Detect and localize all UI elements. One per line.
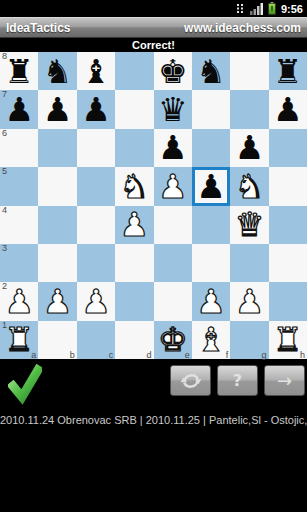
square-g6[interactable]: ♟ bbox=[230, 129, 268, 167]
question-mark-icon: ? bbox=[233, 371, 242, 390]
square-e8[interactable]: ♚ bbox=[154, 52, 192, 90]
square-h2[interactable] bbox=[269, 282, 307, 320]
refresh-icon bbox=[180, 371, 202, 391]
square-a8[interactable]: 8♜ bbox=[0, 52, 38, 90]
square-c8[interactable]: ♝ bbox=[77, 52, 115, 90]
website-label: www.ideachess.com bbox=[184, 21, 301, 35]
bottom-panel: ? → 2010.11.24 Obrenovac SRB | 2010.11.2… bbox=[0, 359, 307, 512]
square-c5[interactable] bbox=[77, 167, 115, 205]
square-b1[interactable]: b bbox=[38, 321, 76, 359]
white-pawn: ♟ bbox=[120, 208, 150, 241]
green-checkmark-icon bbox=[8, 363, 42, 405]
square-d4[interactable]: ♟ bbox=[115, 206, 153, 244]
game-info-text: 2010.11.24 Obrenovac SRB | 2010.11.25 | … bbox=[0, 414, 307, 426]
file-label-b: b bbox=[70, 350, 75, 360]
square-e1[interactable]: e♚ bbox=[154, 321, 192, 359]
file-label-h: h bbox=[300, 350, 305, 360]
clock: 9:56 bbox=[281, 3, 303, 15]
white-pawn: ♟ bbox=[196, 285, 226, 318]
square-d5[interactable]: ♞ bbox=[115, 167, 153, 205]
square-h7[interactable]: ♟ bbox=[269, 90, 307, 128]
button-group: ? → bbox=[170, 365, 305, 396]
square-e5[interactable]: ♟ bbox=[154, 167, 192, 205]
white-pawn: ♟ bbox=[4, 285, 34, 318]
black-pawn: ♟ bbox=[4, 93, 34, 126]
black-pawn: ♟ bbox=[158, 131, 188, 164]
square-c2[interactable]: ♟ bbox=[77, 282, 115, 320]
square-h4[interactable] bbox=[269, 206, 307, 244]
square-g3[interactable] bbox=[230, 244, 268, 282]
chess-board: 8♜♞♝♚♞♜7♟♟♟♛♟6♟♟5♞♟♟♞4♟♛32♟♟♟♟♟1a♜bcde♚f… bbox=[0, 52, 307, 359]
battery-icon bbox=[268, 2, 276, 15]
app-title: IdeaTactics bbox=[6, 21, 70, 35]
black-king: ♚ bbox=[158, 55, 188, 88]
white-queen: ♛ bbox=[235, 208, 265, 241]
white-pawn: ♟ bbox=[235, 285, 265, 318]
white-knight: ♞ bbox=[235, 170, 265, 203]
square-f8[interactable]: ♞ bbox=[192, 52, 230, 90]
square-d7[interactable] bbox=[115, 90, 153, 128]
file-label-f: f bbox=[226, 350, 229, 360]
black-bishop: ♝ bbox=[81, 55, 111, 88]
square-g4[interactable]: ♛ bbox=[230, 206, 268, 244]
square-f7[interactable] bbox=[192, 90, 230, 128]
square-e4[interactable] bbox=[154, 206, 192, 244]
black-pawn: ♟ bbox=[43, 93, 73, 126]
square-f2[interactable]: ♟ bbox=[192, 282, 230, 320]
square-f5[interactable]: ♟ bbox=[192, 167, 230, 205]
square-f3[interactable] bbox=[192, 244, 230, 282]
signal-strength-icon bbox=[250, 3, 263, 15]
square-c4[interactable] bbox=[77, 206, 115, 244]
white-king: ♚ bbox=[158, 323, 188, 356]
file-label-c: c bbox=[109, 350, 114, 360]
rank-label-8: 8 bbox=[2, 51, 7, 61]
square-b3[interactable] bbox=[38, 244, 76, 282]
white-pawn: ♟ bbox=[158, 170, 188, 203]
white-pawn: ♟ bbox=[81, 285, 111, 318]
square-h3[interactable] bbox=[269, 244, 307, 282]
rank-label-7: 7 bbox=[2, 89, 7, 99]
white-knight: ♞ bbox=[120, 170, 150, 203]
square-f4[interactable] bbox=[192, 206, 230, 244]
black-knight: ♞ bbox=[43, 55, 73, 88]
square-g8[interactable] bbox=[230, 52, 268, 90]
white-rook: ♜ bbox=[273, 323, 303, 356]
black-pawn: ♟ bbox=[196, 170, 226, 203]
black-knight: ♞ bbox=[196, 55, 226, 88]
arrow-right-icon: → bbox=[277, 370, 292, 391]
square-b2[interactable]: ♟ bbox=[38, 282, 76, 320]
square-b8[interactable]: ♞ bbox=[38, 52, 76, 90]
square-e3[interactable] bbox=[154, 244, 192, 282]
rank-label-6: 6 bbox=[2, 128, 7, 138]
hint-button[interactable]: ? bbox=[217, 365, 258, 396]
square-c1[interactable]: c bbox=[77, 321, 115, 359]
file-label-d: d bbox=[146, 350, 151, 360]
square-g5[interactable]: ♞ bbox=[230, 167, 268, 205]
rank-label-3: 3 bbox=[2, 243, 7, 253]
title-bar: IdeaTactics www.ideachess.com bbox=[0, 17, 307, 38]
grid-dots-icon bbox=[236, 3, 245, 14]
white-bishop: ♝ bbox=[196, 323, 226, 356]
file-label-g: g bbox=[262, 350, 267, 360]
square-b4[interactable] bbox=[38, 206, 76, 244]
square-g1[interactable]: g bbox=[230, 321, 268, 359]
square-d8[interactable] bbox=[115, 52, 153, 90]
square-g2[interactable]: ♟ bbox=[230, 282, 268, 320]
white-pawn: ♟ bbox=[43, 285, 73, 318]
app-screen: 9:56 IdeaTactics www.ideachess.com Corre… bbox=[0, 0, 307, 512]
next-button[interactable]: → bbox=[264, 365, 305, 396]
square-d6[interactable] bbox=[115, 129, 153, 167]
square-h6[interactable] bbox=[269, 129, 307, 167]
rank-label-5: 5 bbox=[2, 166, 7, 176]
square-h1[interactable]: h♜ bbox=[269, 321, 307, 359]
square-b7[interactable]: ♟ bbox=[38, 90, 76, 128]
black-pawn: ♟ bbox=[235, 131, 265, 164]
square-g7[interactable] bbox=[230, 90, 268, 128]
white-rook: ♜ bbox=[4, 323, 34, 356]
square-h8[interactable]: ♜ bbox=[269, 52, 307, 90]
square-e7[interactable]: ♛ bbox=[154, 90, 192, 128]
square-b6[interactable] bbox=[38, 129, 76, 167]
square-e2[interactable] bbox=[154, 282, 192, 320]
black-rook: ♜ bbox=[273, 55, 303, 88]
file-label-a: a bbox=[31, 350, 36, 360]
black-rook: ♜ bbox=[4, 55, 34, 88]
square-d1[interactable]: d bbox=[115, 321, 153, 359]
controls-row: ? → bbox=[0, 359, 307, 405]
square-a1[interactable]: 1a♜ bbox=[0, 321, 38, 359]
feedback-message: Correct! bbox=[0, 38, 307, 52]
square-c6[interactable] bbox=[77, 129, 115, 167]
square-a3[interactable]: 3 bbox=[0, 244, 38, 282]
square-a6[interactable]: 6 bbox=[0, 129, 38, 167]
black-queen: ♛ bbox=[158, 93, 188, 126]
square-b5[interactable] bbox=[38, 167, 76, 205]
square-c3[interactable] bbox=[77, 244, 115, 282]
black-pawn: ♟ bbox=[81, 93, 111, 126]
square-h5[interactable] bbox=[269, 167, 307, 205]
file-label-e: e bbox=[185, 350, 190, 360]
square-d3[interactable] bbox=[115, 244, 153, 282]
square-a7[interactable]: 7♟ bbox=[0, 90, 38, 128]
square-c7[interactable]: ♟ bbox=[77, 90, 115, 128]
rank-label-1: 1 bbox=[2, 320, 7, 330]
square-d2[interactable] bbox=[115, 282, 153, 320]
square-f6[interactable] bbox=[192, 129, 230, 167]
square-f1[interactable]: f♝ bbox=[192, 321, 230, 359]
black-pawn: ♟ bbox=[273, 93, 303, 126]
square-a5[interactable]: 5 bbox=[0, 167, 38, 205]
square-a4[interactable]: 4 bbox=[0, 206, 38, 244]
status-bar: 9:56 bbox=[0, 0, 307, 17]
retry-button[interactable] bbox=[170, 365, 211, 396]
square-e6[interactable]: ♟ bbox=[154, 129, 192, 167]
square-a2[interactable]: 2♟ bbox=[0, 282, 38, 320]
rank-label-4: 4 bbox=[2, 205, 7, 215]
rank-label-2: 2 bbox=[2, 281, 7, 291]
